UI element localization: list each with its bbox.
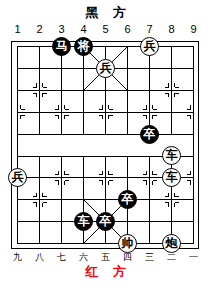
red-cannon[interactable]: 炮 — [162, 234, 181, 253]
red-soldier[interactable]: 兵 — [140, 37, 159, 56]
black-horse[interactable]: 马 — [52, 37, 71, 56]
black-soldier[interactable]: 卒 — [96, 212, 115, 231]
red-soldier[interactable]: 兵 — [96, 59, 115, 78]
red-general[interactable]: 帅 — [118, 234, 137, 253]
red-chariot[interactable]: 车 — [162, 146, 181, 165]
red-side-label: 红 方 — [0, 263, 212, 281]
red-chariot[interactable]: 车 — [162, 168, 181, 187]
black-general[interactable]: 将 — [74, 37, 93, 56]
red-soldier[interactable]: 兵 — [8, 168, 27, 187]
black-soldier[interactable]: 卒 — [140, 125, 159, 144]
black-chariot[interactable]: 车 — [74, 212, 93, 231]
xiangqi-diagram: 黑 方 123456789 马将兵兵卒车兵车卒车卒帅炮 九八七六五四三二一 红 … — [0, 0, 212, 290]
black-soldier[interactable]: 卒 — [118, 190, 137, 209]
board-grid[interactable]: 马将兵兵卒车兵车卒车卒帅炮 — [7, 36, 205, 255]
